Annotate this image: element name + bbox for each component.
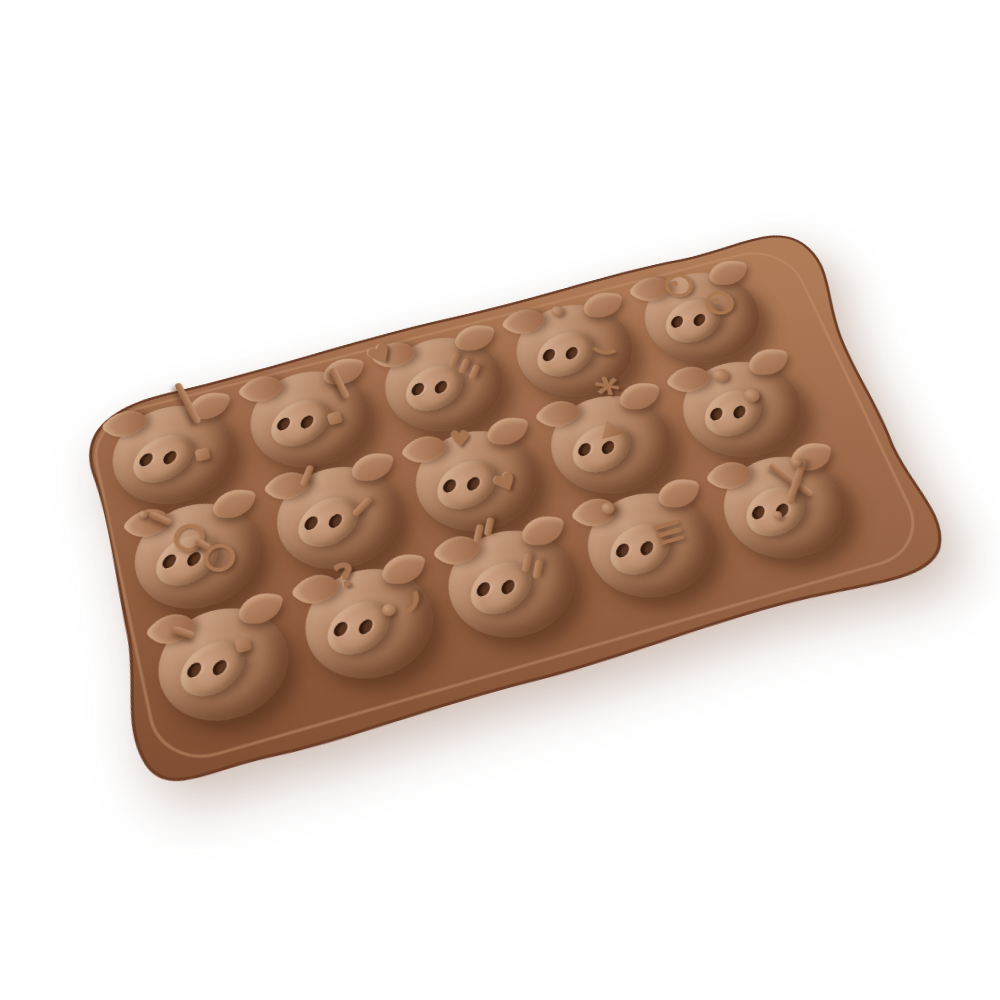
pig-nostril	[275, 416, 293, 432]
pig-nostril	[750, 504, 768, 521]
pig-nostril	[441, 477, 459, 494]
pig-nostril	[499, 578, 518, 596]
pig-nostril	[160, 552, 179, 570]
pig-nostril	[464, 475, 482, 492]
pig-nostril	[161, 449, 180, 466]
pig-nostril	[432, 379, 450, 395]
pig-nostril	[638, 539, 656, 557]
pig-nostril	[576, 441, 594, 458]
pig-nostril	[302, 514, 321, 532]
pig-nostril	[356, 617, 375, 636]
pig-nostril	[409, 381, 427, 397]
pig-feature-heart-icon: ♥	[449, 428, 471, 450]
pig-nostril	[210, 658, 230, 677]
pig-nostril	[137, 451, 156, 468]
pig-nostril	[326, 512, 345, 530]
mold-tray: ♥♥♥*?	[48, 206, 987, 817]
pig-nostril	[298, 414, 316, 430]
product-photo: ♥♥♥*?	[0, 0, 1000, 1000]
pig-nostril	[614, 542, 632, 560]
pig-nostril	[184, 550, 203, 568]
pig-nostril	[474, 580, 493, 598]
pig-nostril	[540, 347, 557, 363]
pig-nostril	[331, 620, 350, 639]
pig-nostril	[184, 660, 204, 679]
pig-nostril	[599, 439, 617, 456]
pig-nostril	[691, 312, 708, 327]
pig-nostril	[731, 404, 748, 420]
pig-nostril	[563, 345, 580, 361]
pig-nostril	[669, 314, 686, 329]
pig-nostril	[708, 406, 725, 422]
